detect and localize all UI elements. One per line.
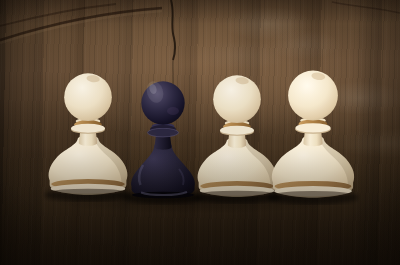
photo-vignette	[0, 0, 400, 265]
photo-chess-pawns	[0, 0, 400, 265]
